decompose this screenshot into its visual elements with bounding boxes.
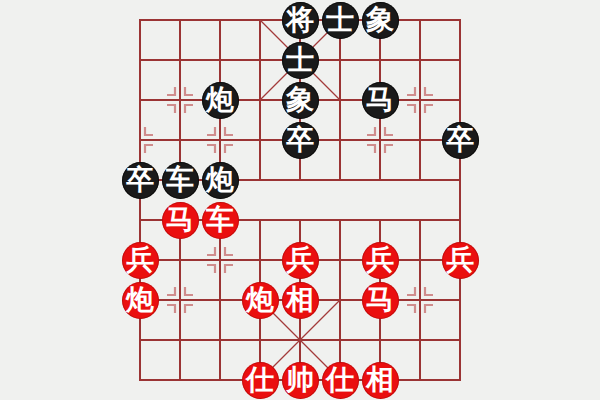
piece-black-chariot[interactable]: 车 xyxy=(162,162,199,199)
piece-red-general[interactable]: 帅 xyxy=(282,362,319,399)
piece-black-general[interactable]: 将 xyxy=(282,2,319,39)
piece-black-soldier[interactable]: 卒 xyxy=(122,162,159,199)
piece-red-elephant[interactable]: 相 xyxy=(362,362,399,399)
piece-red-soldier[interactable]: 兵 xyxy=(122,242,159,279)
piece-red-soldier[interactable]: 兵 xyxy=(442,242,479,279)
piece-red-soldier[interactable]: 兵 xyxy=(282,242,319,279)
xiangqi-app: 将士象士炮象马卒卒卒车炮马车兵兵兵兵炮炮相马仕帅仕相 xyxy=(0,0,600,400)
piece-red-cannon[interactable]: 炮 xyxy=(242,282,279,319)
piece-black-advisor[interactable]: 士 xyxy=(282,42,319,79)
piece-black-cannon[interactable]: 炮 xyxy=(202,162,239,199)
piece-black-advisor[interactable]: 士 xyxy=(322,2,359,39)
piece-red-cannon[interactable]: 炮 xyxy=(122,282,159,319)
piece-red-advisor[interactable]: 仕 xyxy=(242,362,279,399)
piece-black-horse[interactable]: 马 xyxy=(362,82,399,119)
piece-red-horse[interactable]: 马 xyxy=(362,282,399,319)
piece-red-elephant[interactable]: 相 xyxy=(282,282,319,319)
piece-black-elephant[interactable]: 象 xyxy=(282,82,319,119)
xiangqi-board[interactable]: 将士象士炮象马卒卒卒车炮马车兵兵兵兵炮炮相马仕帅仕相 xyxy=(0,0,600,400)
piece-black-soldier[interactable]: 卒 xyxy=(442,122,479,159)
piece-black-cannon[interactable]: 炮 xyxy=(202,82,239,119)
piece-red-advisor[interactable]: 仕 xyxy=(322,362,359,399)
piece-black-soldier[interactable]: 卒 xyxy=(282,122,319,159)
pieces-layer: 将士象士炮象马卒卒卒车炮马车兵兵兵兵炮炮相马仕帅仕相 xyxy=(120,0,480,400)
piece-red-chariot[interactable]: 车 xyxy=(202,202,239,239)
piece-red-horse[interactable]: 马 xyxy=(162,202,199,239)
piece-red-soldier[interactable]: 兵 xyxy=(362,242,399,279)
piece-black-elephant[interactable]: 象 xyxy=(362,2,399,39)
